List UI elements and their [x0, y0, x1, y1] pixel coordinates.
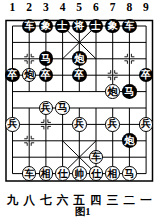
piece-red-horse[interactable]: 马	[122, 166, 137, 181]
piece-red-advisor[interactable]: 仕	[89, 166, 104, 181]
piece-red-soldier[interactable]: 兵	[72, 117, 87, 132]
piece-black-cannon[interactable]: 炮	[122, 133, 137, 148]
piece-black-elephant[interactable]: 象	[39, 19, 54, 34]
file-label: 9	[138, 1, 155, 13]
file-label: 7	[104, 1, 121, 13]
file-label: 2	[21, 1, 38, 13]
piece-black-chariot[interactable]: 车	[22, 19, 37, 34]
piece-red-advisor[interactable]: 仕	[55, 166, 70, 181]
piece-red-elephant[interactable]: 相	[39, 166, 54, 181]
piece-red-horse[interactable]: 马	[55, 101, 70, 116]
piece-red-cannon[interactable]: 炮	[105, 84, 120, 99]
piece-black-soldier[interactable]: 卒	[5, 68, 20, 83]
piece-red-cannon[interactable]: 炮	[22, 68, 37, 83]
piece-black-cannon[interactable]: 炮	[72, 51, 87, 66]
piece-black-chariot[interactable]: 车	[122, 19, 137, 34]
piece-black-general[interactable]: 将	[72, 19, 87, 34]
piece-red-soldier[interactable]: 兵	[105, 117, 120, 132]
piece-red-soldier[interactable]: 兵	[139, 117, 154, 132]
file-label: 5	[71, 1, 88, 13]
file-label: 3	[38, 1, 55, 13]
figure-caption: 图1	[0, 205, 165, 219]
piece-red-soldier[interactable]: 兵	[5, 117, 20, 132]
piece-black-elephant[interactable]: 象	[105, 19, 120, 34]
xiangqi-diagram: 123456789 车象士将士象车马炮卒炮卒卒卒炮马兵马兵兵兵兵炮车车相仕帅仕相…	[0, 0, 165, 220]
piece-red-chariot[interactable]: 车	[22, 166, 37, 181]
piece-black-horse[interactable]: 马	[39, 51, 54, 66]
file-label: 4	[54, 1, 71, 13]
xiangqi-board: 车象士将士象车马炮卒炮卒卒卒炮马兵马兵兵兵兵炮车车相仕帅仕相马	[4, 18, 154, 182]
piece-black-advisor[interactable]: 士	[55, 19, 70, 34]
piece-red-chariot[interactable]: 车	[89, 150, 104, 165]
piece-black-advisor[interactable]: 士	[89, 19, 104, 34]
piece-black-soldier[interactable]: 卒	[39, 68, 54, 83]
file-label: 1	[4, 1, 21, 13]
piece-black-soldier[interactable]: 卒	[72, 68, 87, 83]
file-label: 8	[121, 1, 138, 13]
piece-black-soldier[interactable]: 卒	[139, 68, 154, 83]
piece-red-soldier[interactable]: 兵	[39, 101, 54, 116]
piece-red-elephant[interactable]: 相	[105, 166, 120, 181]
file-label: 6	[88, 1, 105, 13]
top-file-labels: 123456789	[4, 1, 154, 13]
piece-red-general[interactable]: 帅	[72, 166, 87, 181]
piece-black-horse[interactable]: 马	[122, 84, 137, 99]
